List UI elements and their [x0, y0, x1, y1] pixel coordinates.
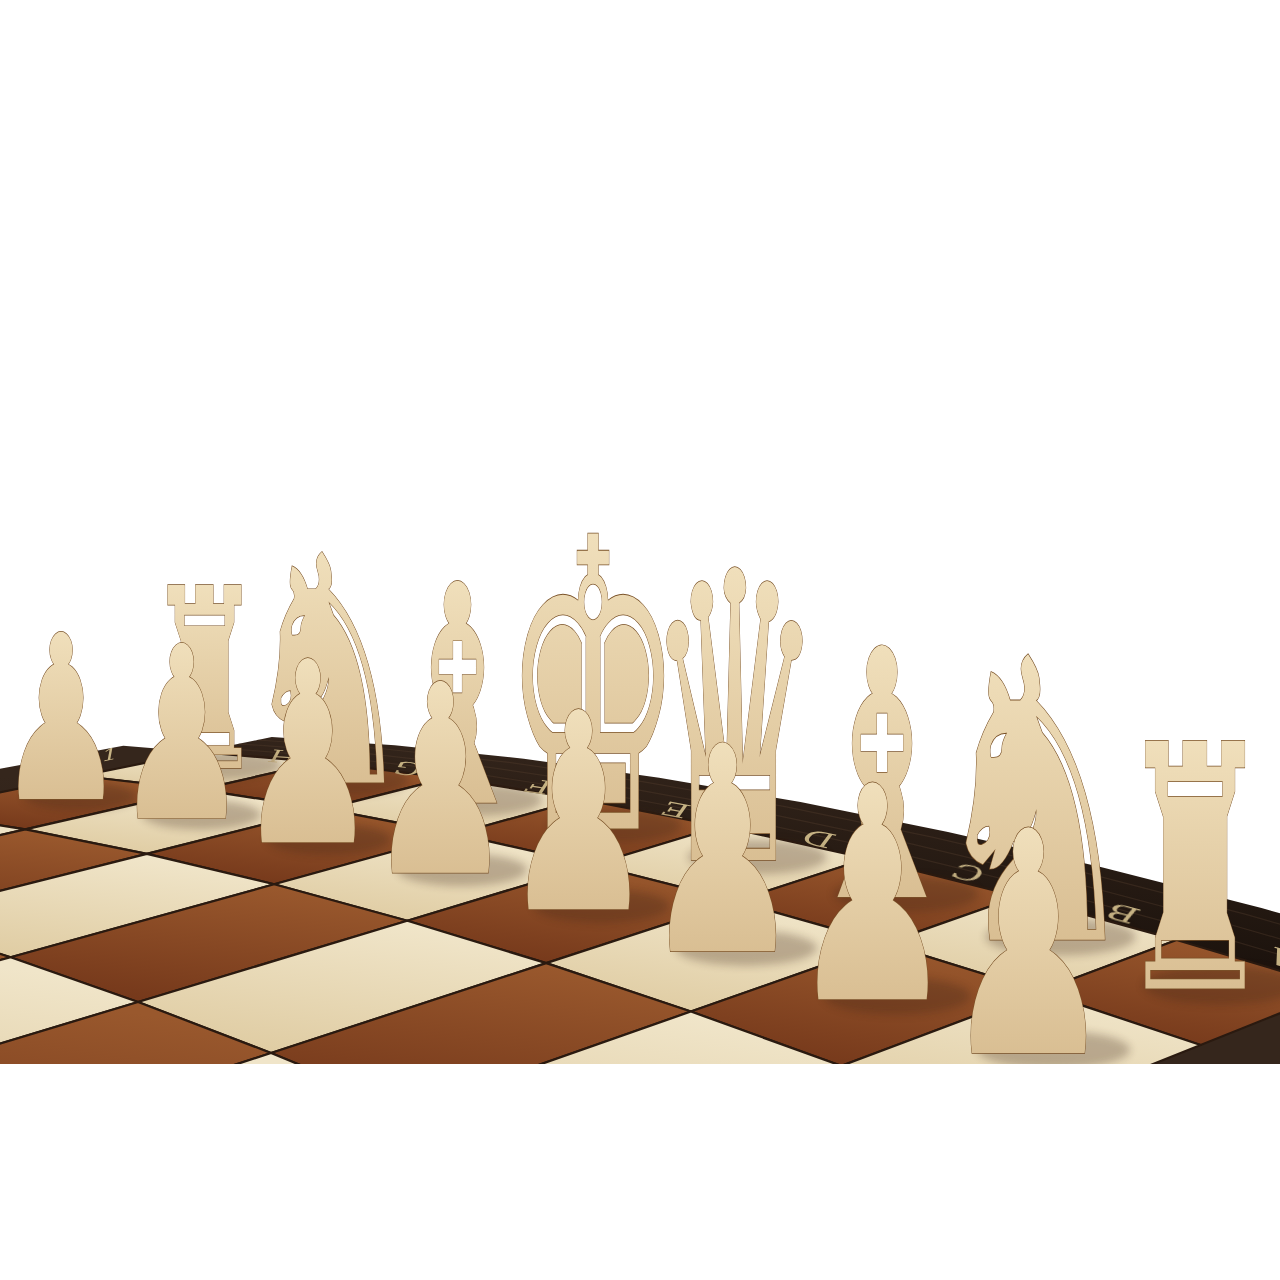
piece-white-pawn-f2: ♟ — [238, 608, 378, 901]
piece-white-pawn-d2: ♟ — [502, 654, 654, 974]
piece-white-pawn-e2: ♟ — [367, 629, 513, 935]
piece-white-pawn-b2: ♟ — [790, 724, 955, 1069]
piece-white-rook-a1: ♜ — [1116, 673, 1274, 1068]
chess-set-photo: HGFEDCBA1231♜♞♟♝♟♚♟♛♟♝♟♞♟♜♟♟ — [0, 0, 1280, 1280]
piece-white-pawn-c2: ♟ — [643, 685, 802, 1018]
piece-white-pawn-h2: ♟ — [0, 586, 125, 853]
board-photo-canvas: HGFEDCBA1231♜♞♟♝♟♚♟♛♟♝♟♞♟♜♟♟ — [0, 0, 1280, 1280]
piece-white-pawn-g2: ♟ — [115, 595, 248, 874]
